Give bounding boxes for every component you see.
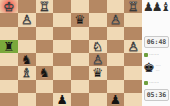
square-h7[interactable] xyxy=(124,13,142,26)
square-g6[interactable] xyxy=(107,27,125,40)
player-row-bottom[interactable]: ······· xyxy=(144,79,159,86)
white-pawn[interactable]: ♙ xyxy=(89,53,107,66)
square-g2[interactable] xyxy=(107,80,125,93)
square-d1[interactable]: ♟ xyxy=(53,93,71,106)
square-a2[interactable] xyxy=(0,80,18,93)
square-c3[interactable]: ♞ xyxy=(36,66,54,79)
square-e1[interactable] xyxy=(71,93,89,106)
clock-bottom-time: 05:36 xyxy=(147,91,167,99)
square-h6[interactable] xyxy=(124,27,142,40)
square-h5[interactable]: ♙ xyxy=(124,40,142,53)
square-c6[interactable] xyxy=(36,27,54,40)
square-a5[interactable]: ♜ xyxy=(0,40,18,53)
white-rook[interactable]: ♖ xyxy=(36,0,54,13)
square-b5[interactable] xyxy=(18,40,36,53)
square-a6[interactable] xyxy=(0,27,18,40)
square-f1[interactable] xyxy=(89,93,107,106)
square-c7[interactable] xyxy=(36,13,54,26)
black-knight[interactable]: ♞ xyxy=(18,53,36,66)
white-knight[interactable]: ♘ xyxy=(89,40,107,53)
clock-top: 06:48 xyxy=(144,36,169,48)
square-b2[interactable] xyxy=(18,80,36,93)
black-knight[interactable]: ♞ xyxy=(36,66,54,79)
square-h2[interactable] xyxy=(124,80,142,93)
game-widget: ♔♖♖♙♛♙♜♘♙♞♙♗♞♛♟♟ ♟♟♝ 06:48 ······· ♚ ···… xyxy=(0,0,170,106)
square-c4[interactable] xyxy=(36,53,54,66)
captured-pieces: ♟♟♝ xyxy=(143,0,169,15)
square-b4[interactable]: ♞ xyxy=(18,53,36,66)
black-queen[interactable]: ♛ xyxy=(71,13,89,26)
square-f4[interactable]: ♙ xyxy=(89,53,107,66)
chess-board[interactable]: ♔♖♖♙♛♙♜♘♙♞♙♗♞♛♟♟ xyxy=(0,0,142,106)
square-h8[interactable]: ♖ xyxy=(124,0,142,13)
square-g8[interactable] xyxy=(107,0,125,13)
square-f3[interactable]: ♛ xyxy=(89,66,107,79)
square-c8[interactable]: ♖ xyxy=(36,0,54,13)
black-king-icon: ♚ xyxy=(143,60,155,76)
captured-piece-icon: ♝ xyxy=(161,0,170,15)
captured-piece-icon: ♟ xyxy=(152,0,161,15)
white-pawn[interactable]: ♙ xyxy=(107,13,125,26)
square-b6[interactable] xyxy=(18,27,36,40)
square-g4[interactable] xyxy=(107,53,125,66)
white-king[interactable]: ♔ xyxy=(0,0,18,13)
square-e6[interactable] xyxy=(71,27,89,40)
player-status-icon xyxy=(144,81,148,85)
square-b8[interactable] xyxy=(18,0,36,13)
square-f5[interactable]: ♘ xyxy=(89,40,107,53)
square-f8[interactable] xyxy=(89,0,107,13)
square-b3[interactable]: ♗ xyxy=(18,66,36,79)
captured-piece-icon: ♟ xyxy=(143,0,152,15)
clock-top-time: 06:48 xyxy=(147,38,167,46)
square-d5[interactable] xyxy=(53,40,71,53)
square-g1[interactable]: ♟ xyxy=(107,93,125,106)
square-e5[interactable] xyxy=(71,40,89,53)
game-info-badge: ♚ ···· ··· xyxy=(143,60,161,76)
side-panel: ♟♟♝ 06:48 ······· ♚ ···· ··· ······· 05:… xyxy=(142,0,170,106)
square-f2[interactable] xyxy=(89,80,107,93)
square-d3[interactable] xyxy=(53,66,71,79)
square-e7[interactable]: ♛ xyxy=(71,13,89,26)
square-d4[interactable] xyxy=(53,53,71,66)
square-e3[interactable] xyxy=(71,66,89,79)
white-pawn[interactable]: ♙ xyxy=(18,13,36,26)
square-d2[interactable] xyxy=(53,80,71,93)
square-b7[interactable]: ♙ xyxy=(18,13,36,26)
square-d7[interactable] xyxy=(53,13,71,26)
player-row-top[interactable]: ······· xyxy=(144,51,159,58)
square-f6[interactable] xyxy=(89,27,107,40)
black-pawn[interactable]: ♟ xyxy=(53,93,71,106)
square-a3[interactable] xyxy=(0,66,18,79)
square-g3[interactable] xyxy=(107,66,125,79)
square-c5[interactable] xyxy=(36,40,54,53)
player-name[interactable]: ······· xyxy=(149,80,159,85)
square-a8[interactable]: ♔ xyxy=(0,0,18,13)
square-h4[interactable] xyxy=(124,53,142,66)
square-d6[interactable] xyxy=(53,27,71,40)
square-h1[interactable] xyxy=(124,93,142,106)
white-rook[interactable]: ♖ xyxy=(124,0,142,13)
square-b1[interactable] xyxy=(18,93,36,106)
white-pawn[interactable]: ♙ xyxy=(124,40,142,53)
black-rook[interactable]: ♜ xyxy=(0,40,18,53)
player-status-icon xyxy=(144,53,148,57)
black-queen[interactable]: ♛ xyxy=(89,66,107,79)
clock-bottom: 05:36 xyxy=(144,89,169,101)
square-a1[interactable] xyxy=(0,93,18,106)
black-pawn[interactable]: ♟ xyxy=(107,93,125,106)
square-c1[interactable] xyxy=(36,93,54,106)
square-a7[interactable] xyxy=(0,13,18,26)
square-e8[interactable] xyxy=(71,0,89,13)
square-h3[interactable] xyxy=(124,66,142,79)
square-d8[interactable] xyxy=(53,0,71,13)
square-e4[interactable] xyxy=(71,53,89,66)
square-f7[interactable] xyxy=(89,13,107,26)
square-a4[interactable] xyxy=(0,53,18,66)
square-e2[interactable] xyxy=(71,80,89,93)
square-c2[interactable] xyxy=(36,80,54,93)
square-g7[interactable]: ♙ xyxy=(107,13,125,26)
player-name[interactable]: ······· xyxy=(149,52,159,57)
square-g5[interactable] xyxy=(107,40,125,53)
game-info-line2: ··· xyxy=(156,68,161,73)
white-bishop[interactable]: ♗ xyxy=(18,66,36,79)
